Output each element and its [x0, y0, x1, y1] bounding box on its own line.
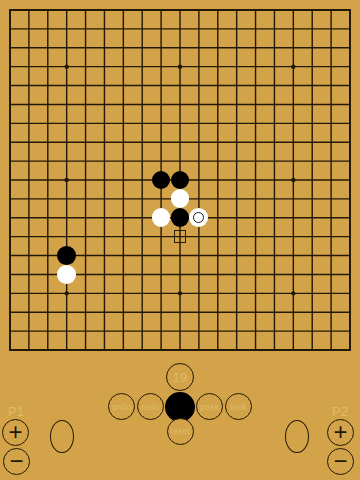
black-stone — [152, 171, 171, 190]
board-size-label: 19 — [173, 370, 188, 385]
square-marker-icon — [174, 230, 187, 243]
undo-button[interactable]: undo — [108, 393, 135, 420]
player1-plus-button[interactable]: + — [2, 419, 29, 446]
black-stone — [171, 208, 190, 227]
go-board[interactable] — [0, 0, 360, 360]
black-stone — [171, 171, 190, 190]
white-stone — [189, 208, 208, 227]
player2-counter-oval — [285, 420, 309, 453]
player2-minus-button[interactable]: − — [327, 448, 354, 475]
redo-button[interactable]: redo — [137, 393, 164, 420]
player1-counter-oval — [50, 420, 74, 453]
reset-button[interactable]: reset — [167, 418, 194, 445]
go-app: 19 undo redo pass lock reset P1 + − P2 +… — [0, 0, 360, 480]
board-size-button[interactable]: 19 — [166, 363, 194, 391]
minus-icon: − — [333, 449, 347, 473]
lock-label: lock — [231, 402, 247, 412]
minus-icon: − — [9, 449, 23, 473]
player2-label: P2 — [332, 404, 348, 419]
last-move-marker-icon — [193, 212, 205, 224]
plus-icon: + — [333, 420, 347, 444]
board-grid[interactable] — [1, 1, 360, 360]
pass-label: pass — [200, 402, 219, 412]
player1-minus-button[interactable]: − — [3, 448, 30, 475]
pass-button[interactable]: pass — [196, 393, 223, 420]
player2-plus-button[interactable]: + — [327, 419, 354, 446]
plus-icon: + — [8, 420, 22, 444]
lock-button[interactable]: lock — [225, 393, 252, 420]
white-stone — [152, 208, 171, 227]
white-stone — [171, 189, 190, 208]
black-stone — [57, 246, 76, 265]
undo-label: undo — [112, 402, 132, 412]
redo-label: redo — [142, 402, 160, 412]
white-stone — [57, 265, 76, 284]
reset-label: reset — [170, 426, 190, 436]
player1-label: P1 — [8, 404, 24, 419]
